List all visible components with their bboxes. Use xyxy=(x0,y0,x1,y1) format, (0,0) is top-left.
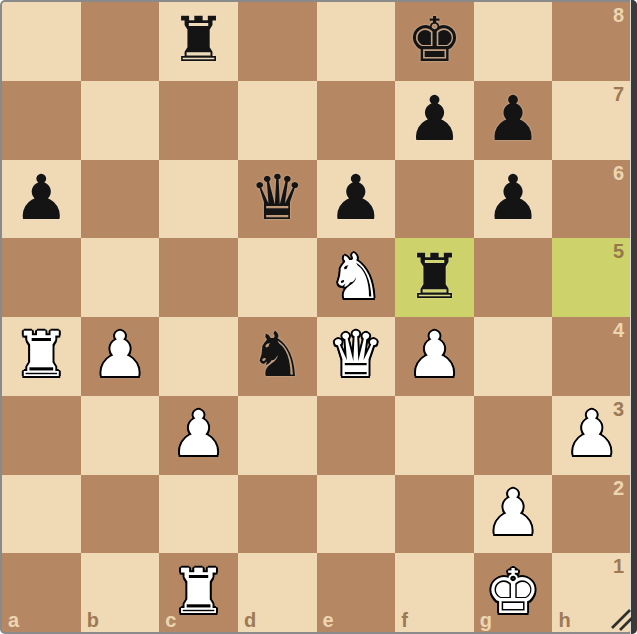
square-e2[interactable] xyxy=(317,475,396,554)
square-g6[interactable]: ♟ xyxy=(474,160,553,239)
rank-label-3: 3 xyxy=(613,398,624,421)
square-h2[interactable]: 2 xyxy=(552,475,631,554)
file-label-g: g xyxy=(480,609,492,632)
black-rook[interactable]: ♜ xyxy=(407,246,463,308)
rank-label-7: 7 xyxy=(613,83,624,106)
square-b8[interactable] xyxy=(81,2,160,81)
resize-handle-icon[interactable] xyxy=(609,607,633,631)
square-a3[interactable] xyxy=(2,396,81,475)
chess-board: ♜♚8♟♟7♟♛♟♟6♞♜5♜♟♞♛♟4♟♟3♟2ab♜cdef♚gh1 xyxy=(2,2,631,632)
square-f1[interactable]: f xyxy=(395,553,474,632)
square-a1[interactable]: a xyxy=(2,553,81,632)
square-h5[interactable]: 5 xyxy=(552,238,631,317)
square-g8[interactable] xyxy=(474,2,553,81)
square-c8[interactable]: ♜ xyxy=(159,2,238,81)
square-b6[interactable] xyxy=(81,160,160,239)
black-pawn[interactable]: ♟ xyxy=(485,167,541,229)
file-label-c: c xyxy=(165,609,176,632)
file-label-d: d xyxy=(244,609,256,632)
square-a2[interactable] xyxy=(2,475,81,554)
black-pawn[interactable]: ♟ xyxy=(407,88,463,150)
black-pawn[interactable]: ♟ xyxy=(485,88,541,150)
square-e1[interactable]: e xyxy=(317,553,396,632)
white-king[interactable]: ♚ xyxy=(485,561,541,623)
rank-label-4: 4 xyxy=(613,319,624,342)
square-f8[interactable]: ♚ xyxy=(395,2,474,81)
square-e4[interactable]: ♛ xyxy=(317,317,396,396)
square-c2[interactable] xyxy=(159,475,238,554)
square-g5[interactable] xyxy=(474,238,553,317)
board-frame: ♜♚8♟♟7♟♛♟♟6♞♜5♜♟♞♛♟4♟♟3♟2ab♜cdef♚gh1 xyxy=(0,0,637,634)
black-king[interactable]: ♚ xyxy=(407,9,463,71)
square-b1[interactable]: b xyxy=(81,553,160,632)
square-c3[interactable]: ♟ xyxy=(159,396,238,475)
rank-label-8: 8 xyxy=(613,4,624,27)
file-label-b: b xyxy=(87,609,99,632)
square-g7[interactable]: ♟ xyxy=(474,81,553,160)
white-knight[interactable]: ♞ xyxy=(328,246,384,308)
square-a7[interactable] xyxy=(2,81,81,160)
square-a6[interactable]: ♟ xyxy=(2,160,81,239)
square-h8[interactable]: 8 xyxy=(552,2,631,81)
square-c4[interactable] xyxy=(159,317,238,396)
square-b4[interactable]: ♟ xyxy=(81,317,160,396)
square-e7[interactable] xyxy=(317,81,396,160)
square-d3[interactable] xyxy=(238,396,317,475)
square-b2[interactable] xyxy=(81,475,160,554)
square-a5[interactable] xyxy=(2,238,81,317)
square-f4[interactable]: ♟ xyxy=(395,317,474,396)
square-b5[interactable] xyxy=(81,238,160,317)
rank-label-6: 6 xyxy=(613,162,624,185)
square-f3[interactable] xyxy=(395,396,474,475)
square-g3[interactable] xyxy=(474,396,553,475)
rank-label-5: 5 xyxy=(613,240,624,263)
square-h7[interactable]: 7 xyxy=(552,81,631,160)
black-pawn[interactable]: ♟ xyxy=(14,167,70,229)
square-b7[interactable] xyxy=(81,81,160,160)
white-rook[interactable]: ♜ xyxy=(171,561,227,623)
square-d8[interactable] xyxy=(238,2,317,81)
square-d1[interactable]: d xyxy=(238,553,317,632)
square-a8[interactable] xyxy=(2,2,81,81)
file-label-f: f xyxy=(401,609,408,632)
square-c7[interactable] xyxy=(159,81,238,160)
square-d4[interactable]: ♞ xyxy=(238,317,317,396)
square-h4[interactable]: 4 xyxy=(552,317,631,396)
black-pawn[interactable]: ♟ xyxy=(328,167,384,229)
square-g4[interactable] xyxy=(474,317,553,396)
square-f2[interactable] xyxy=(395,475,474,554)
square-d2[interactable] xyxy=(238,475,317,554)
square-h6[interactable]: 6 xyxy=(552,160,631,239)
white-queen[interactable]: ♛ xyxy=(328,324,384,386)
square-e3[interactable] xyxy=(317,396,396,475)
square-d6[interactable]: ♛ xyxy=(238,160,317,239)
square-f6[interactable] xyxy=(395,160,474,239)
square-d5[interactable] xyxy=(238,238,317,317)
square-e6[interactable]: ♟ xyxy=(317,160,396,239)
rank-label-2: 2 xyxy=(613,477,624,500)
square-a4[interactable]: ♜ xyxy=(2,317,81,396)
square-h3[interactable]: ♟3 xyxy=(552,396,631,475)
white-pawn[interactable]: ♟ xyxy=(564,403,620,465)
square-e5[interactable]: ♞ xyxy=(317,238,396,317)
square-c5[interactable] xyxy=(159,238,238,317)
square-b3[interactable] xyxy=(81,396,160,475)
square-f7[interactable]: ♟ xyxy=(395,81,474,160)
black-rook[interactable]: ♜ xyxy=(171,9,227,71)
square-g1[interactable]: ♚g xyxy=(474,553,553,632)
rank-label-1: 1 xyxy=(613,555,624,578)
file-label-a: a xyxy=(8,609,19,632)
white-pawn[interactable]: ♟ xyxy=(171,403,227,465)
file-label-h: h xyxy=(558,609,570,632)
black-queen[interactable]: ♛ xyxy=(249,167,305,229)
file-label-e: e xyxy=(323,609,334,632)
white-pawn[interactable]: ♟ xyxy=(407,324,463,386)
white-rook[interactable]: ♜ xyxy=(14,324,70,386)
square-c6[interactable] xyxy=(159,160,238,239)
square-f5[interactable]: ♜ xyxy=(395,238,474,317)
square-e8[interactable] xyxy=(317,2,396,81)
square-g2[interactable]: ♟ xyxy=(474,475,553,554)
white-pawn[interactable]: ♟ xyxy=(92,324,148,386)
white-pawn[interactable]: ♟ xyxy=(485,482,541,544)
square-c1[interactable]: ♜c xyxy=(159,553,238,632)
black-knight[interactable]: ♞ xyxy=(249,324,305,386)
right-border-strip xyxy=(630,0,637,634)
square-d7[interactable] xyxy=(238,81,317,160)
